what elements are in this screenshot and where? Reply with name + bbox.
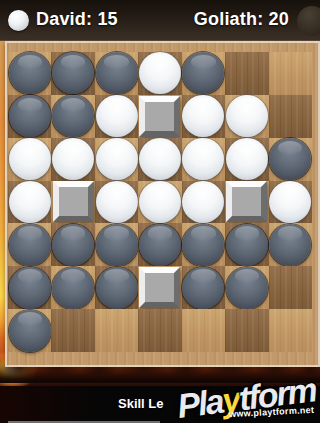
board-cell-r5c2[interactable] xyxy=(95,266,138,309)
board-cell-r0c4[interactable] xyxy=(182,52,225,95)
board-cell-r1c0[interactable] xyxy=(8,95,51,138)
board-cell-r1c2[interactable] xyxy=(95,95,138,138)
board-cell-r0c1[interactable] xyxy=(51,52,94,95)
dark-disc xyxy=(9,224,51,266)
board-cell-r3c4[interactable] xyxy=(182,181,225,224)
board-cell-r2c0[interactable] xyxy=(8,138,51,181)
score-david: David: 15 xyxy=(36,9,118,30)
dark-disc xyxy=(96,52,138,94)
white-disc xyxy=(52,138,94,180)
board-cell-r2c5[interactable] xyxy=(225,138,268,181)
board-cell-r4c6[interactable] xyxy=(269,223,312,266)
board-cell-r3c1[interactable] xyxy=(51,181,94,224)
dark-disc xyxy=(269,224,311,266)
dark-disc xyxy=(182,267,224,309)
dark-disc xyxy=(269,138,311,180)
dark-disc xyxy=(52,224,94,266)
white-disc xyxy=(96,95,138,137)
board-cell-r1c5[interactable] xyxy=(225,95,268,138)
board-cell-r2c6[interactable] xyxy=(269,138,312,181)
board-cell-r5c5[interactable] xyxy=(225,266,268,309)
board-cell-r4c4[interactable] xyxy=(182,223,225,266)
board-cell-r1c6[interactable] xyxy=(269,95,312,138)
logo-part-pla: Pla xyxy=(175,382,224,423)
board-cell-r3c2[interactable] xyxy=(95,181,138,224)
board-cell-r1c3[interactable] xyxy=(138,95,181,138)
score-goliath: Goliath: 20 xyxy=(194,9,289,30)
dark-disc xyxy=(96,267,138,309)
board-cell-r0c0[interactable] xyxy=(8,52,51,95)
board-cell-r1c1[interactable] xyxy=(51,95,94,138)
board-cell-r2c4[interactable] xyxy=(182,138,225,181)
board-cell-r6c4[interactable] xyxy=(182,309,225,352)
blocked-square xyxy=(53,181,94,222)
white-disc xyxy=(139,138,181,180)
board-cell-r1c4[interactable] xyxy=(182,95,225,138)
dark-disc xyxy=(9,52,51,94)
dark-disc xyxy=(9,310,51,352)
board-cell-r6c3[interactable] xyxy=(138,309,181,352)
dark-disc xyxy=(139,224,181,266)
board-cell-r3c5[interactable] xyxy=(225,181,268,224)
board-cell-r6c6[interactable] xyxy=(269,309,312,352)
white-ball-icon xyxy=(8,10,29,31)
white-disc xyxy=(269,181,311,223)
board-cell-r6c0[interactable] xyxy=(8,309,51,352)
board-cell-r2c1[interactable] xyxy=(51,138,94,181)
board-grid xyxy=(8,52,312,352)
board-cell-r4c3[interactable] xyxy=(138,223,181,266)
white-disc xyxy=(9,181,51,223)
board-cell-r0c2[interactable] xyxy=(95,52,138,95)
board-cell-r0c5[interactable] xyxy=(225,52,268,95)
board-cell-r2c2[interactable] xyxy=(95,138,138,181)
board-cell-r4c2[interactable] xyxy=(95,223,138,266)
board-cell-r6c1[interactable] xyxy=(51,309,94,352)
dark-ball-icon xyxy=(297,6,320,36)
dark-disc xyxy=(52,267,94,309)
blocked-square xyxy=(139,267,180,308)
white-disc xyxy=(182,138,224,180)
blocked-square xyxy=(139,96,180,137)
white-disc xyxy=(96,181,138,223)
board-cell-r5c4[interactable] xyxy=(182,266,225,309)
dark-disc xyxy=(226,224,268,266)
white-disc xyxy=(226,95,268,137)
score-bar: David: 15 Goliath: 20 xyxy=(0,0,320,41)
white-disc xyxy=(9,138,51,180)
board-cell-r6c5[interactable] xyxy=(225,309,268,352)
board-cell-r0c3[interactable] xyxy=(138,52,181,95)
board-cell-r3c0[interactable] xyxy=(8,181,51,224)
playtform-logo: Playtform www.playtform.net xyxy=(160,369,318,421)
dark-disc xyxy=(52,52,94,94)
white-disc xyxy=(182,95,224,137)
board-cell-r5c6[interactable] xyxy=(269,266,312,309)
white-disc xyxy=(226,138,268,180)
game-board xyxy=(5,41,320,367)
board-cell-r2c3[interactable] xyxy=(138,138,181,181)
board-cell-r3c3[interactable] xyxy=(138,181,181,224)
white-disc xyxy=(96,138,138,180)
board-cell-r5c0[interactable] xyxy=(8,266,51,309)
white-disc xyxy=(182,181,224,223)
blocked-square xyxy=(226,181,267,222)
board-cell-r5c1[interactable] xyxy=(51,266,94,309)
board-cell-r3c6[interactable] xyxy=(269,181,312,224)
dark-disc xyxy=(9,95,51,137)
dark-disc xyxy=(226,267,268,309)
white-disc xyxy=(139,181,181,223)
game-screen: David: 15 Goliath: 20 Skill Le Playtform… xyxy=(0,0,320,423)
board-cell-r6c2[interactable] xyxy=(95,309,138,352)
dark-disc xyxy=(96,224,138,266)
dark-disc xyxy=(182,52,224,94)
board-cell-r4c1[interactable] xyxy=(51,223,94,266)
board-cell-r4c5[interactable] xyxy=(225,223,268,266)
board-cell-r0c6[interactable] xyxy=(269,52,312,95)
board-cell-r5c3[interactable] xyxy=(138,266,181,309)
white-disc xyxy=(139,52,181,94)
dark-disc xyxy=(182,224,224,266)
dark-disc xyxy=(9,267,51,309)
board-cell-r4c0[interactable] xyxy=(8,223,51,266)
skill-level-text: Skill Le xyxy=(118,396,164,411)
dark-disc xyxy=(52,95,94,137)
